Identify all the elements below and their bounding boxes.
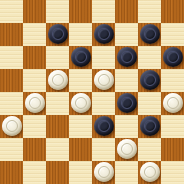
checkers-board bbox=[0, 0, 184, 184]
white-man-piece[interactable] bbox=[94, 162, 114, 182]
square-f3[interactable] bbox=[115, 115, 138, 138]
square-b6[interactable] bbox=[23, 46, 46, 69]
white-man-inner-ring bbox=[144, 166, 156, 178]
square-g5[interactable] bbox=[138, 69, 161, 92]
black-man-piece[interactable] bbox=[94, 116, 114, 136]
square-a8[interactable] bbox=[0, 0, 23, 23]
black-man-inner-ring bbox=[75, 51, 87, 63]
square-e5[interactable] bbox=[92, 69, 115, 92]
square-h6[interactable] bbox=[161, 46, 184, 69]
square-g8[interactable] bbox=[138, 0, 161, 23]
white-man-piece[interactable] bbox=[48, 70, 68, 90]
square-d8[interactable] bbox=[69, 0, 92, 23]
white-man-inner-ring bbox=[98, 74, 110, 86]
square-d6[interactable] bbox=[69, 46, 92, 69]
square-a6[interactable] bbox=[0, 46, 23, 69]
white-man-inner-ring bbox=[98, 166, 110, 178]
square-b2[interactable] bbox=[23, 138, 46, 161]
square-f5[interactable] bbox=[115, 69, 138, 92]
black-man-inner-ring bbox=[98, 28, 110, 40]
black-man-piece[interactable] bbox=[117, 47, 137, 67]
square-c1[interactable] bbox=[46, 161, 69, 184]
square-d5[interactable] bbox=[69, 69, 92, 92]
white-man-inner-ring bbox=[75, 97, 87, 109]
square-d2[interactable] bbox=[69, 138, 92, 161]
white-man-piece[interactable] bbox=[94, 70, 114, 90]
square-c2[interactable] bbox=[46, 138, 69, 161]
black-man-inner-ring bbox=[144, 120, 156, 132]
square-a4[interactable] bbox=[0, 92, 23, 115]
square-f4[interactable] bbox=[115, 92, 138, 115]
square-g3[interactable] bbox=[138, 115, 161, 138]
square-f7[interactable] bbox=[115, 23, 138, 46]
white-man-piece[interactable] bbox=[163, 93, 183, 113]
square-g1[interactable] bbox=[138, 161, 161, 184]
black-man-inner-ring bbox=[121, 97, 133, 109]
square-a7[interactable] bbox=[0, 23, 23, 46]
black-man-inner-ring bbox=[144, 28, 156, 40]
square-g6[interactable] bbox=[138, 46, 161, 69]
white-man-inner-ring bbox=[29, 97, 41, 109]
square-d7[interactable] bbox=[69, 23, 92, 46]
square-f1[interactable] bbox=[115, 161, 138, 184]
square-a3[interactable] bbox=[0, 115, 23, 138]
white-man-piece[interactable] bbox=[117, 139, 137, 159]
square-d3[interactable] bbox=[69, 115, 92, 138]
square-c7[interactable] bbox=[46, 23, 69, 46]
square-a1[interactable] bbox=[0, 161, 23, 184]
white-man-inner-ring bbox=[6, 120, 18, 132]
white-man-piece[interactable] bbox=[71, 93, 91, 113]
square-g4[interactable] bbox=[138, 92, 161, 115]
square-b7[interactable] bbox=[23, 23, 46, 46]
black-man-inner-ring bbox=[144, 74, 156, 86]
white-man-piece[interactable] bbox=[2, 116, 22, 136]
square-a2[interactable] bbox=[0, 138, 23, 161]
white-man-inner-ring bbox=[167, 97, 179, 109]
square-h8[interactable] bbox=[161, 0, 184, 23]
square-d4[interactable] bbox=[69, 92, 92, 115]
black-man-piece[interactable] bbox=[140, 116, 160, 136]
square-e3[interactable] bbox=[92, 115, 115, 138]
square-a5[interactable] bbox=[0, 69, 23, 92]
square-d1[interactable] bbox=[69, 161, 92, 184]
black-man-piece[interactable] bbox=[94, 24, 114, 44]
square-h2[interactable] bbox=[161, 138, 184, 161]
square-b3[interactable] bbox=[23, 115, 46, 138]
black-man-inner-ring bbox=[98, 120, 110, 132]
white-man-inner-ring bbox=[52, 74, 64, 86]
square-e8[interactable] bbox=[92, 0, 115, 23]
square-c6[interactable] bbox=[46, 46, 69, 69]
black-man-piece[interactable] bbox=[48, 24, 68, 44]
black-man-piece[interactable] bbox=[163, 47, 183, 67]
square-h5[interactable] bbox=[161, 69, 184, 92]
black-man-piece[interactable] bbox=[117, 93, 137, 113]
square-e1[interactable] bbox=[92, 161, 115, 184]
square-g2[interactable] bbox=[138, 138, 161, 161]
square-c4[interactable] bbox=[46, 92, 69, 115]
square-b1[interactable] bbox=[23, 161, 46, 184]
white-man-piece[interactable] bbox=[25, 93, 45, 113]
square-b5[interactable] bbox=[23, 69, 46, 92]
square-e6[interactable] bbox=[92, 46, 115, 69]
black-man-inner-ring bbox=[52, 28, 64, 40]
black-man-piece[interactable] bbox=[140, 24, 160, 44]
square-f2[interactable] bbox=[115, 138, 138, 161]
square-b4[interactable] bbox=[23, 92, 46, 115]
square-g7[interactable] bbox=[138, 23, 161, 46]
square-c8[interactable] bbox=[46, 0, 69, 23]
square-b8[interactable] bbox=[23, 0, 46, 23]
square-h7[interactable] bbox=[161, 23, 184, 46]
square-e4[interactable] bbox=[92, 92, 115, 115]
black-man-piece[interactable] bbox=[71, 47, 91, 67]
square-f8[interactable] bbox=[115, 0, 138, 23]
black-man-piece[interactable] bbox=[140, 70, 160, 90]
white-man-piece[interactable] bbox=[140, 162, 160, 182]
square-e7[interactable] bbox=[92, 23, 115, 46]
square-h1[interactable] bbox=[161, 161, 184, 184]
black-man-inner-ring bbox=[121, 51, 133, 63]
square-c3[interactable] bbox=[46, 115, 69, 138]
square-h4[interactable] bbox=[161, 92, 184, 115]
square-f6[interactable] bbox=[115, 46, 138, 69]
black-man-inner-ring bbox=[167, 51, 179, 63]
square-e2[interactable] bbox=[92, 138, 115, 161]
square-h3[interactable] bbox=[161, 115, 184, 138]
square-c5[interactable] bbox=[46, 69, 69, 92]
white-man-inner-ring bbox=[121, 143, 133, 155]
